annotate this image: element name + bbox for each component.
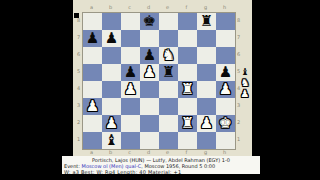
square-c5[interactable]: ♟ bbox=[121, 64, 140, 81]
square-g1[interactable] bbox=[197, 132, 216, 149]
square-h5[interactable]: ♟ bbox=[216, 64, 235, 81]
board[interactable]: ♚♜♟♟♟♞♟♟♜♟♟♜♟♟♟♜♟♚♝ bbox=[82, 12, 236, 150]
tray-black-B-icon: ♝ bbox=[241, 66, 250, 77]
square-b6[interactable] bbox=[102, 47, 121, 64]
square-e2[interactable] bbox=[159, 115, 178, 132]
black-R-piece: ♜ bbox=[162, 64, 175, 81]
square-b8[interactable] bbox=[102, 13, 121, 30]
square-c6[interactable] bbox=[121, 47, 140, 64]
square-f1[interactable] bbox=[178, 132, 197, 149]
square-b2[interactable]: ♟ bbox=[102, 115, 121, 132]
square-c2[interactable] bbox=[121, 115, 140, 132]
square-c7[interactable] bbox=[121, 30, 140, 47]
tray-white-N-icon: ♞ bbox=[241, 77, 250, 88]
square-e4[interactable] bbox=[159, 81, 178, 98]
file-label-a: a bbox=[82, 3, 101, 11]
square-a1[interactable] bbox=[83, 132, 102, 149]
rank-label-6: 6 bbox=[235, 46, 242, 63]
square-h8[interactable] bbox=[216, 13, 235, 30]
square-a7[interactable]: ♟ bbox=[83, 30, 102, 47]
black-P-piece: ♟ bbox=[86, 30, 99, 47]
rank-label-3: 3 bbox=[235, 97, 242, 114]
square-h4[interactable]: ♟ bbox=[216, 81, 235, 98]
square-b3[interactable] bbox=[102, 98, 121, 115]
square-b7[interactable]: ♟ bbox=[102, 30, 121, 47]
square-d8[interactable]: ♚ bbox=[140, 13, 159, 30]
square-d3[interactable] bbox=[140, 98, 159, 115]
rank-label-7: 7 bbox=[235, 29, 242, 46]
file-labels-top: abcdefgh bbox=[82, 3, 234, 11]
square-g4[interactable] bbox=[197, 81, 216, 98]
square-d5[interactable]: ♟ bbox=[140, 64, 159, 81]
square-f3[interactable] bbox=[178, 98, 197, 115]
square-h6[interactable] bbox=[216, 47, 235, 64]
black-P-piece: ♟ bbox=[124, 64, 137, 81]
file-label-g: g bbox=[196, 3, 215, 11]
square-e3[interactable] bbox=[159, 98, 178, 115]
square-f8[interactable] bbox=[178, 13, 197, 30]
file-label-e: e bbox=[158, 3, 177, 11]
black-B-piece: ♝ bbox=[105, 132, 118, 149]
square-e5[interactable]: ♜ bbox=[159, 64, 178, 81]
rank-label-5: 5 bbox=[75, 63, 82, 80]
file-label-h: h bbox=[215, 3, 234, 11]
rank-label-2: 2 bbox=[75, 114, 82, 131]
square-f7[interactable] bbox=[178, 30, 197, 47]
white-R-piece: ♜ bbox=[181, 81, 194, 98]
square-h7[interactable] bbox=[216, 30, 235, 47]
square-e8[interactable] bbox=[159, 13, 178, 30]
square-d2[interactable] bbox=[140, 115, 159, 132]
material-tray: ♝♞♟ bbox=[239, 66, 251, 99]
square-g8[interactable]: ♜ bbox=[197, 13, 216, 30]
square-d7[interactable] bbox=[140, 30, 159, 47]
square-e6[interactable]: ♞ bbox=[159, 47, 178, 64]
rank-label-3: 3 bbox=[75, 97, 82, 114]
black-P-piece: ♟ bbox=[105, 30, 118, 47]
black-P-piece: ♟ bbox=[219, 64, 232, 81]
square-h3[interactable] bbox=[216, 98, 235, 115]
white-P-piece: ♟ bbox=[200, 115, 213, 132]
square-f2[interactable]: ♜ bbox=[178, 115, 197, 132]
rank-label-1: 1 bbox=[235, 131, 242, 148]
black-K-piece: ♚ bbox=[143, 13, 156, 30]
rank-label-8: 8 bbox=[75, 12, 82, 29]
file-label-f: f bbox=[177, 3, 196, 11]
square-g2[interactable]: ♟ bbox=[197, 115, 216, 132]
rank-label-6: 6 bbox=[75, 46, 82, 63]
square-c4[interactable]: ♟ bbox=[121, 81, 140, 98]
file-label-c: c bbox=[120, 3, 139, 11]
rank-label-4: 4 bbox=[75, 80, 82, 97]
white-R-piece: ♜ bbox=[181, 115, 194, 132]
square-g3[interactable] bbox=[197, 98, 216, 115]
square-c1[interactable] bbox=[121, 132, 140, 149]
file-label-d: d bbox=[139, 3, 158, 11]
square-e1[interactable] bbox=[159, 132, 178, 149]
players-result-line: Portisch, Lajos (HUN) — Lutfy, Abdel Rah… bbox=[62, 156, 260, 163]
square-a2[interactable] bbox=[83, 115, 102, 132]
square-d6[interactable]: ♟ bbox=[140, 47, 159, 64]
tray-white-P-icon: ♟ bbox=[241, 88, 250, 99]
square-f5[interactable] bbox=[178, 64, 197, 81]
rank-labels-left: 87654321 bbox=[75, 12, 82, 148]
square-a5[interactable] bbox=[83, 64, 102, 81]
rank-label-8: 8 bbox=[235, 12, 242, 29]
rank-label-2: 2 bbox=[235, 114, 242, 131]
square-h2[interactable]: ♚ bbox=[216, 115, 235, 132]
rank-label-7: 7 bbox=[75, 29, 82, 46]
square-b1[interactable]: ♝ bbox=[102, 132, 121, 149]
rank-label-1: 1 bbox=[75, 131, 82, 148]
square-a6[interactable] bbox=[83, 47, 102, 64]
square-g7[interactable] bbox=[197, 30, 216, 47]
white-P-piece: ♟ bbox=[124, 81, 137, 98]
square-d1[interactable] bbox=[140, 132, 159, 149]
white-P-piece: ♟ bbox=[143, 64, 156, 81]
square-g6[interactable] bbox=[197, 47, 216, 64]
white-P-piece: ♟ bbox=[105, 115, 118, 132]
stats-line: W: a3 Best: W: Rg4 Length: 40 Material: … bbox=[62, 169, 260, 174]
square-a8[interactable] bbox=[83, 13, 102, 30]
square-f6[interactable] bbox=[178, 47, 197, 64]
square-e7[interactable] bbox=[159, 30, 178, 47]
square-b5[interactable] bbox=[102, 64, 121, 81]
square-c3[interactable] bbox=[121, 98, 140, 115]
white-N-piece: ♞ bbox=[162, 47, 175, 64]
file-label-b: b bbox=[101, 3, 120, 11]
square-h1[interactable] bbox=[216, 132, 235, 149]
black-P-piece: ♟ bbox=[143, 47, 156, 64]
white-P-piece: ♟ bbox=[219, 81, 232, 98]
square-a3[interactable]: ♟ bbox=[83, 98, 102, 115]
black-R-piece: ♜ bbox=[200, 13, 213, 30]
square-a4[interactable] bbox=[83, 81, 102, 98]
square-d4[interactable] bbox=[140, 81, 159, 98]
white-K-piece: ♚ bbox=[219, 115, 232, 132]
square-g5[interactable] bbox=[197, 64, 216, 81]
square-c8[interactable] bbox=[121, 13, 140, 30]
white-P-piece: ♟ bbox=[86, 98, 99, 115]
square-b4[interactable] bbox=[102, 81, 121, 98]
square-f4[interactable]: ♜ bbox=[178, 81, 197, 98]
caption-bar: Portisch, Lajos (HUN) — Lutfy, Abdel Rah… bbox=[62, 156, 260, 174]
